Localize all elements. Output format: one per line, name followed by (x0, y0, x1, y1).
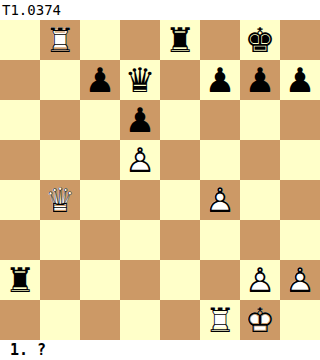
square-h1[interactable] (280, 300, 320, 340)
piece-wR: ♖ (40, 20, 80, 60)
square-c2[interactable] (80, 260, 120, 300)
square-f2[interactable] (200, 260, 240, 300)
square-c3[interactable] (80, 220, 120, 260)
piece-wR-body: ♜ (40, 20, 80, 60)
piece-wK-body: ♚ (240, 300, 280, 340)
piece-wP: ♙ (240, 260, 280, 300)
piece-wP: ♙ (280, 260, 320, 300)
square-f4[interactable]: ♟♙ (200, 180, 240, 220)
square-g2[interactable]: ♟♙ (240, 260, 280, 300)
square-f3[interactable] (200, 220, 240, 260)
piece-wP: ♙ (200, 180, 240, 220)
square-c7[interactable]: ♟ (80, 60, 120, 100)
square-a8[interactable] (0, 20, 40, 60)
piece-wQ: ♕ (40, 180, 80, 220)
square-a5[interactable] (0, 140, 40, 180)
square-g6[interactable] (240, 100, 280, 140)
square-e1[interactable] (160, 300, 200, 340)
square-e4[interactable] (160, 180, 200, 220)
square-c5[interactable] (80, 140, 120, 180)
piece-wP: ♙ (120, 140, 160, 180)
square-f6[interactable] (200, 100, 240, 140)
square-e5[interactable] (160, 140, 200, 180)
piece-wR-body: ♜ (200, 300, 240, 340)
square-d1[interactable] (120, 300, 160, 340)
square-b5[interactable] (40, 140, 80, 180)
piece-bR: ♜ (160, 20, 200, 60)
square-d7[interactable]: ♛ (120, 60, 160, 100)
puzzle-title: T1.0374 (2, 1, 61, 20)
piece-bQ: ♛ (120, 60, 160, 100)
square-a3[interactable] (0, 220, 40, 260)
square-h6[interactable] (280, 100, 320, 140)
piece-wK: ♔ (240, 300, 280, 340)
piece-wP-body: ♟ (280, 260, 320, 300)
square-g4[interactable] (240, 180, 280, 220)
square-d2[interactable] (120, 260, 160, 300)
square-d8[interactable] (120, 20, 160, 60)
square-f5[interactable] (200, 140, 240, 180)
piece-bP: ♟ (280, 60, 320, 100)
piece-bP: ♟ (240, 60, 280, 100)
chess-board: ♜♖♜♚♟♛♟♟♟♟♟♙♛♕♟♙♜♟♙♟♙♜♖♚♔ (0, 20, 320, 340)
square-e8[interactable]: ♜ (160, 20, 200, 60)
move-prompt: 1. ? (10, 340, 46, 360)
square-h4[interactable] (280, 180, 320, 220)
square-a7[interactable] (0, 60, 40, 100)
piece-bP: ♟ (80, 60, 120, 100)
square-b3[interactable] (40, 220, 80, 260)
square-e7[interactable] (160, 60, 200, 100)
square-e3[interactable] (160, 220, 200, 260)
square-a4[interactable] (0, 180, 40, 220)
square-g1[interactable]: ♚♔ (240, 300, 280, 340)
square-h5[interactable] (280, 140, 320, 180)
square-d3[interactable] (120, 220, 160, 260)
piece-bR: ♜ (0, 260, 40, 300)
square-b6[interactable] (40, 100, 80, 140)
square-c6[interactable] (80, 100, 120, 140)
square-h8[interactable] (280, 20, 320, 60)
square-d4[interactable] (120, 180, 160, 220)
square-c4[interactable] (80, 180, 120, 220)
square-g8[interactable]: ♚ (240, 20, 280, 60)
square-h2[interactable]: ♟♙ (280, 260, 320, 300)
square-b4[interactable]: ♛♕ (40, 180, 80, 220)
square-e6[interactable] (160, 100, 200, 140)
square-c8[interactable] (80, 20, 120, 60)
square-f8[interactable] (200, 20, 240, 60)
square-f7[interactable]: ♟ (200, 60, 240, 100)
square-a1[interactable] (0, 300, 40, 340)
piece-bK: ♚ (240, 20, 280, 60)
square-g3[interactable] (240, 220, 280, 260)
piece-bP: ♟ (120, 100, 160, 140)
square-h3[interactable] (280, 220, 320, 260)
piece-wQ-body: ♛ (40, 180, 80, 220)
square-b8[interactable]: ♜♖ (40, 20, 80, 60)
square-c1[interactable] (80, 300, 120, 340)
square-b1[interactable] (40, 300, 80, 340)
piece-wP-body: ♟ (240, 260, 280, 300)
square-d5[interactable]: ♟♙ (120, 140, 160, 180)
square-h7[interactable]: ♟ (280, 60, 320, 100)
square-a2[interactable]: ♜ (0, 260, 40, 300)
piece-wR: ♖ (200, 300, 240, 340)
square-b2[interactable] (40, 260, 80, 300)
square-g5[interactable] (240, 140, 280, 180)
piece-bP: ♟ (200, 60, 240, 100)
piece-wP-body: ♟ (200, 180, 240, 220)
square-e2[interactable] (160, 260, 200, 300)
square-b7[interactable] (40, 60, 80, 100)
piece-wP-body: ♟ (120, 140, 160, 180)
square-f1[interactable]: ♜♖ (200, 300, 240, 340)
square-g7[interactable]: ♟ (240, 60, 280, 100)
square-d6[interactable]: ♟ (120, 100, 160, 140)
square-a6[interactable] (0, 100, 40, 140)
